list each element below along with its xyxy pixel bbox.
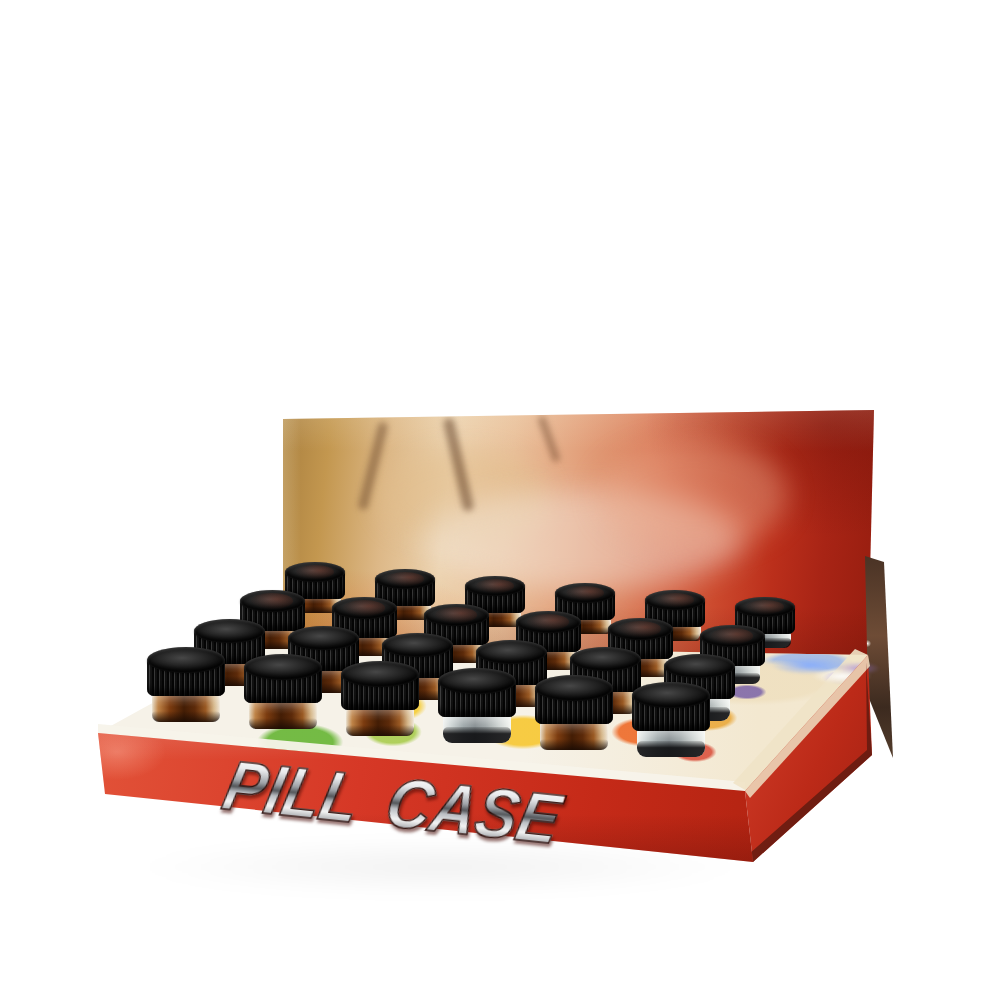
cap-top [244,654,322,680]
vial-cap [438,668,516,730]
cap-top [608,618,673,640]
cap-top [240,590,305,612]
cap-top [570,647,641,671]
cap-top [332,597,397,619]
cap-top [555,583,615,603]
cap-top [438,668,516,694]
vial-cap [535,675,613,737]
vial [535,675,613,760]
cap-top [382,633,453,657]
cap-top [632,682,710,708]
cap-top [516,611,581,633]
vial [438,668,516,753]
vial-cap [244,654,322,716]
cap-top [288,626,359,650]
vial [341,661,419,746]
cap-top [465,576,525,596]
cap-top [147,647,225,673]
vial-cap [147,647,225,709]
cap-top [735,597,795,617]
cap-top [535,675,613,701]
vial [244,654,322,739]
vial-cap [341,661,419,723]
cap-top [700,625,765,647]
product-photo: PILL CASE [0,0,1000,1000]
cap-top [664,654,735,678]
cap-top [476,640,547,664]
vial-cap [632,682,710,744]
cap-top [424,604,489,626]
vial [147,647,225,732]
vial [632,682,710,767]
cap-top [375,569,435,589]
cap-top [645,590,705,610]
cap-top [341,661,419,687]
cap-top [285,562,345,582]
cap-top [194,619,265,643]
